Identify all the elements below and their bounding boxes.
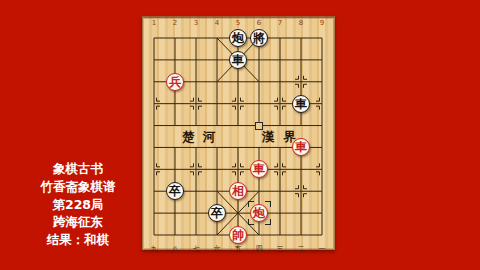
xiangqi-board: 123456789 九八七六五四三二一 楚河 漢界 炮將車兵車車車卒相卒炮帥 — [142, 16, 335, 250]
caption-line-study-name: 跨海征东 — [4, 213, 152, 231]
piece-red-soldier[interactable]: 兵 — [165, 71, 186, 93]
piece-red-chariot[interactable]: 車 — [249, 158, 270, 180]
caption-line-source: 象棋古书 — [4, 160, 152, 178]
piece-black-cannon[interactable]: 炮 — [228, 27, 249, 49]
file-number: 9 — [316, 19, 328, 27]
file-number: 2 — [169, 19, 181, 27]
piece-black-soldier[interactable]: 卒 — [165, 180, 186, 202]
piece-black-chariot[interactable]: 車 — [228, 49, 249, 71]
caption-line-game-number: 第228局 — [4, 196, 152, 214]
last-move-origin-marker — [255, 122, 263, 130]
file-number: 4 — [211, 19, 223, 27]
piece-black-chariot[interactable]: 車 — [291, 93, 312, 115]
file-number: 8 — [295, 19, 307, 27]
board-grid: 炮將車兵車車車卒相卒炮帥 — [144, 27, 333, 246]
file-number: 3 — [190, 19, 202, 27]
file-number: 6 — [253, 19, 265, 27]
file-number: 1 — [148, 19, 160, 27]
piece-red-elephant[interactable]: 相 — [228, 180, 249, 202]
caption-line-result: 结果：和棋 — [4, 231, 152, 249]
piece-red-chariot[interactable]: 車 — [291, 136, 312, 158]
piece-black-soldier[interactable]: 卒 — [207, 202, 228, 224]
file-number: 5 — [232, 19, 244, 27]
caption-line-book: 竹香斋象棋谱 — [4, 178, 152, 196]
file-number: 7 — [274, 19, 286, 27]
screenshot-root: 象棋古书 竹香斋象棋谱 第228局 跨海征东 结果：和棋 123456789 九… — [0, 0, 480, 270]
left-caption: 象棋古书 竹香斋象棋谱 第228局 跨海征东 结果：和棋 — [4, 160, 152, 249]
piece-black-general[interactable]: 將 — [249, 27, 270, 49]
piece-red-cannon[interactable]: 炮 — [249, 202, 270, 224]
piece-red-general[interactable]: 帥 — [228, 224, 249, 246]
